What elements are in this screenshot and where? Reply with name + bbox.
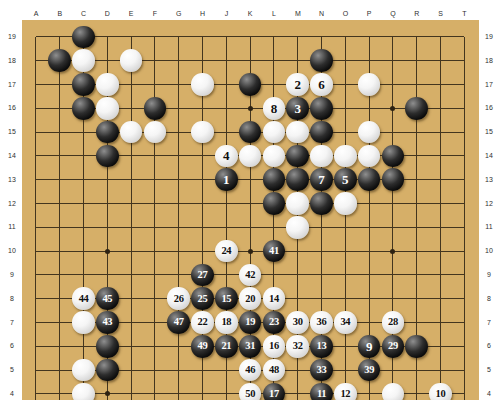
intersection-J8[interactable]: 15 — [214, 287, 238, 311]
intersection-K11[interactable] — [238, 215, 262, 239]
intersection-G13[interactable] — [167, 168, 191, 192]
intersection-T12[interactable] — [452, 192, 476, 216]
intersection-E17[interactable] — [119, 73, 143, 97]
intersection-C6[interactable] — [72, 334, 96, 358]
intersection-N6[interactable]: 13 — [310, 334, 334, 358]
intersection-L18[interactable] — [262, 49, 286, 73]
intersection-C14[interactable] — [72, 144, 96, 168]
intersection-Q17[interactable] — [381, 73, 405, 97]
intersection-K5[interactable]: 46 — [238, 358, 262, 382]
intersection-L4[interactable]: 17 — [262, 382, 286, 400]
intersection-T15[interactable] — [452, 120, 476, 144]
intersection-T17[interactable] — [452, 73, 476, 97]
intersection-B10[interactable] — [48, 239, 72, 263]
intersection-F15[interactable] — [143, 120, 167, 144]
intersection-Q18[interactable] — [381, 49, 405, 73]
intersection-Q15[interactable] — [381, 120, 405, 144]
intersection-D12[interactable] — [95, 192, 119, 216]
intersection-T6[interactable] — [452, 334, 476, 358]
intersection-O16[interactable] — [333, 96, 357, 120]
intersection-N7[interactable]: 36 — [310, 311, 334, 335]
intersection-F16[interactable] — [143, 96, 167, 120]
intersection-N4[interactable]: 11 — [310, 382, 334, 400]
intersection-L9[interactable] — [262, 263, 286, 287]
intersection-K17[interactable] — [238, 73, 262, 97]
intersection-K15[interactable] — [238, 120, 262, 144]
intersection-O18[interactable] — [333, 49, 357, 73]
intersection-S12[interactable] — [429, 192, 453, 216]
intersection-B8[interactable] — [48, 287, 72, 311]
intersection-F18[interactable] — [143, 49, 167, 73]
intersection-H10[interactable] — [191, 239, 215, 263]
intersection-O15[interactable] — [333, 120, 357, 144]
intersection-E8[interactable] — [119, 287, 143, 311]
intersection-K7[interactable]: 19 — [238, 311, 262, 335]
intersection-G8[interactable]: 26 — [167, 287, 191, 311]
intersection-H8[interactable]: 25 — [191, 287, 215, 311]
intersection-M4[interactable] — [286, 382, 310, 400]
intersection-M8[interactable] — [286, 287, 310, 311]
intersection-B14[interactable] — [48, 144, 72, 168]
intersection-G9[interactable] — [167, 263, 191, 287]
intersection-T16[interactable] — [452, 96, 476, 120]
intersection-C4[interactable] — [72, 382, 96, 400]
intersection-O11[interactable] — [333, 215, 357, 239]
intersection-D9[interactable] — [95, 263, 119, 287]
intersection-G17[interactable] — [167, 73, 191, 97]
intersection-O6[interactable] — [333, 334, 357, 358]
intersection-R18[interactable] — [405, 49, 429, 73]
intersection-K16[interactable] — [238, 96, 262, 120]
intersection-O7[interactable]: 34 — [333, 311, 357, 335]
intersection-C16[interactable] — [72, 96, 96, 120]
intersection-J4[interactable] — [214, 382, 238, 400]
intersection-G12[interactable] — [167, 192, 191, 216]
intersection-F19[interactable] — [143, 25, 167, 49]
intersection-G7[interactable]: 47 — [167, 311, 191, 335]
intersection-S19[interactable] — [429, 25, 453, 49]
intersection-G4[interactable] — [167, 382, 191, 400]
intersection-P17[interactable] — [357, 73, 381, 97]
intersection-N8[interactable] — [310, 287, 334, 311]
intersection-J6[interactable]: 21 — [214, 334, 238, 358]
intersection-R8[interactable] — [405, 287, 429, 311]
intersection-S18[interactable] — [429, 49, 453, 73]
intersection-S15[interactable] — [429, 120, 453, 144]
intersection-B15[interactable] — [48, 120, 72, 144]
intersection-D8[interactable]: 45 — [95, 287, 119, 311]
intersection-Q10[interactable] — [381, 239, 405, 263]
intersection-C19[interactable] — [72, 25, 96, 49]
intersection-L6[interactable]: 16 — [262, 334, 286, 358]
intersection-Q4[interactable] — [381, 382, 405, 400]
intersection-S5[interactable] — [429, 358, 453, 382]
intersection-J7[interactable]: 18 — [214, 311, 238, 335]
intersection-M19[interactable] — [286, 25, 310, 49]
intersection-E5[interactable] — [119, 358, 143, 382]
intersection-P19[interactable] — [357, 25, 381, 49]
intersection-F12[interactable] — [143, 192, 167, 216]
intersection-G18[interactable] — [167, 49, 191, 73]
intersection-R11[interactable] — [405, 215, 429, 239]
intersection-Q6[interactable]: 29 — [381, 334, 405, 358]
intersection-M6[interactable]: 32 — [286, 334, 310, 358]
intersection-Q5[interactable] — [381, 358, 405, 382]
intersection-A10[interactable] — [24, 239, 48, 263]
intersection-K13[interactable] — [238, 168, 262, 192]
intersection-Q12[interactable] — [381, 192, 405, 216]
intersection-B5[interactable] — [48, 358, 72, 382]
intersection-N19[interactable] — [310, 25, 334, 49]
intersection-M17[interactable]: 2 — [286, 73, 310, 97]
intersection-M16[interactable]: 3 — [286, 96, 310, 120]
intersection-O4[interactable]: 12 — [333, 382, 357, 400]
intersection-T8[interactable] — [452, 287, 476, 311]
intersection-K6[interactable]: 31 — [238, 334, 262, 358]
intersection-A12[interactable] — [24, 192, 48, 216]
intersection-J12[interactable] — [214, 192, 238, 216]
intersection-B17[interactable] — [48, 73, 72, 97]
intersection-P8[interactable] — [357, 287, 381, 311]
intersection-H15[interactable] — [191, 120, 215, 144]
intersection-E7[interactable] — [119, 311, 143, 335]
intersection-N17[interactable]: 6 — [310, 73, 334, 97]
intersection-R7[interactable] — [405, 311, 429, 335]
intersection-Q14[interactable] — [381, 144, 405, 168]
intersection-R15[interactable] — [405, 120, 429, 144]
intersection-O5[interactable] — [333, 358, 357, 382]
intersection-S8[interactable] — [429, 287, 453, 311]
intersection-N9[interactable] — [310, 263, 334, 287]
intersection-A8[interactable] — [24, 287, 48, 311]
intersection-J13[interactable]: 1 — [214, 168, 238, 192]
intersection-B12[interactable] — [48, 192, 72, 216]
intersection-H14[interactable] — [191, 144, 215, 168]
intersection-T10[interactable] — [452, 239, 476, 263]
intersection-T19[interactable] — [452, 25, 476, 49]
intersection-R5[interactable] — [405, 358, 429, 382]
intersection-G15[interactable] — [167, 120, 191, 144]
intersection-P10[interactable] — [357, 239, 381, 263]
intersection-K19[interactable] — [238, 25, 262, 49]
intersection-F5[interactable] — [143, 358, 167, 382]
intersection-Q8[interactable] — [381, 287, 405, 311]
intersection-A7[interactable] — [24, 311, 48, 335]
intersection-R9[interactable] — [405, 263, 429, 287]
intersection-A17[interactable] — [24, 73, 48, 97]
intersection-Q13[interactable] — [381, 168, 405, 192]
intersection-K12[interactable] — [238, 192, 262, 216]
intersection-L5[interactable]: 48 — [262, 358, 286, 382]
intersection-P6[interactable]: 9 — [357, 334, 381, 358]
intersection-A6[interactable] — [24, 334, 48, 358]
intersection-A13[interactable] — [24, 168, 48, 192]
intersection-D16[interactable] — [95, 96, 119, 120]
intersection-L11[interactable] — [262, 215, 286, 239]
intersection-P4[interactable] — [357, 382, 381, 400]
intersection-J16[interactable] — [214, 96, 238, 120]
intersection-C12[interactable] — [72, 192, 96, 216]
intersection-E18[interactable] — [119, 49, 143, 73]
intersection-O14[interactable] — [333, 144, 357, 168]
intersection-D5[interactable] — [95, 358, 119, 382]
intersection-G5[interactable] — [167, 358, 191, 382]
intersection-K8[interactable]: 20 — [238, 287, 262, 311]
intersection-E14[interactable] — [119, 144, 143, 168]
intersection-L7[interactable]: 23 — [262, 311, 286, 335]
intersection-T4[interactable] — [452, 382, 476, 400]
intersection-T11[interactable] — [452, 215, 476, 239]
intersection-M15[interactable] — [286, 120, 310, 144]
intersection-O19[interactable] — [333, 25, 357, 49]
intersection-L19[interactable] — [262, 25, 286, 49]
intersection-N5[interactable]: 33 — [310, 358, 334, 382]
intersection-R19[interactable] — [405, 25, 429, 49]
intersection-R4[interactable] — [405, 382, 429, 400]
intersection-L14[interactable] — [262, 144, 286, 168]
intersection-E6[interactable] — [119, 334, 143, 358]
intersection-D18[interactable] — [95, 49, 119, 73]
intersection-O17[interactable] — [333, 73, 357, 97]
intersection-J10[interactable]: 24 — [214, 239, 238, 263]
intersection-M14[interactable] — [286, 144, 310, 168]
intersection-N15[interactable] — [310, 120, 334, 144]
intersection-F9[interactable] — [143, 263, 167, 287]
intersection-J15[interactable] — [214, 120, 238, 144]
intersection-D7[interactable]: 43 — [95, 311, 119, 335]
intersection-J19[interactable] — [214, 25, 238, 49]
intersection-E10[interactable] — [119, 239, 143, 263]
intersection-G14[interactable] — [167, 144, 191, 168]
intersection-S14[interactable] — [429, 144, 453, 168]
intersection-H13[interactable] — [191, 168, 215, 192]
intersection-E19[interactable] — [119, 25, 143, 49]
intersection-C9[interactable] — [72, 263, 96, 287]
intersection-P18[interactable] — [357, 49, 381, 73]
intersection-H4[interactable] — [191, 382, 215, 400]
intersection-L17[interactable] — [262, 73, 286, 97]
intersection-J17[interactable] — [214, 73, 238, 97]
intersection-F11[interactable] — [143, 215, 167, 239]
intersection-E13[interactable] — [119, 168, 143, 192]
intersection-Q7[interactable]: 28 — [381, 311, 405, 335]
intersection-B19[interactable] — [48, 25, 72, 49]
intersection-S16[interactable] — [429, 96, 453, 120]
intersection-O10[interactable] — [333, 239, 357, 263]
intersection-F13[interactable] — [143, 168, 167, 192]
intersection-N16[interactable] — [310, 96, 334, 120]
intersection-T5[interactable] — [452, 358, 476, 382]
intersection-A9[interactable] — [24, 263, 48, 287]
intersection-T7[interactable] — [452, 311, 476, 335]
intersection-H5[interactable] — [191, 358, 215, 382]
intersection-T18[interactable] — [452, 49, 476, 73]
intersection-J11[interactable] — [214, 215, 238, 239]
intersection-P16[interactable] — [357, 96, 381, 120]
intersection-R16[interactable] — [405, 96, 429, 120]
intersection-M9[interactable] — [286, 263, 310, 287]
intersection-Q11[interactable] — [381, 215, 405, 239]
intersection-A19[interactable] — [24, 25, 48, 49]
intersection-O9[interactable] — [333, 263, 357, 287]
intersection-S10[interactable] — [429, 239, 453, 263]
intersection-S7[interactable] — [429, 311, 453, 335]
intersection-A4[interactable] — [24, 382, 48, 400]
intersection-G16[interactable] — [167, 96, 191, 120]
intersection-R10[interactable] — [405, 239, 429, 263]
intersection-L13[interactable] — [262, 168, 286, 192]
intersection-T13[interactable] — [452, 168, 476, 192]
intersection-B4[interactable] — [48, 382, 72, 400]
intersection-D19[interactable] — [95, 25, 119, 49]
intersection-H7[interactable]: 22 — [191, 311, 215, 335]
intersection-D15[interactable] — [95, 120, 119, 144]
intersection-N11[interactable] — [310, 215, 334, 239]
intersection-E16[interactable] — [119, 96, 143, 120]
intersection-A5[interactable] — [24, 358, 48, 382]
intersection-F14[interactable] — [143, 144, 167, 168]
intersection-P7[interactable] — [357, 311, 381, 335]
intersection-S9[interactable] — [429, 263, 453, 287]
intersection-Q19[interactable] — [381, 25, 405, 49]
intersection-S4[interactable]: 10 — [429, 382, 453, 400]
intersection-O8[interactable] — [333, 287, 357, 311]
intersection-L10[interactable]: 41 — [262, 239, 286, 263]
intersection-J9[interactable] — [214, 263, 238, 287]
intersection-P9[interactable] — [357, 263, 381, 287]
intersection-J5[interactable] — [214, 358, 238, 382]
intersection-E15[interactable] — [119, 120, 143, 144]
intersection-M11[interactable] — [286, 215, 310, 239]
intersection-A14[interactable] — [24, 144, 48, 168]
intersection-C17[interactable] — [72, 73, 96, 97]
intersection-K4[interactable]: 50 — [238, 382, 262, 400]
intersection-B16[interactable] — [48, 96, 72, 120]
intersection-G6[interactable] — [167, 334, 191, 358]
intersection-D17[interactable] — [95, 73, 119, 97]
intersection-F8[interactable] — [143, 287, 167, 311]
intersection-L8[interactable]: 14 — [262, 287, 286, 311]
goban-grid[interactable]: 2683417524412742444526251520144347221819… — [24, 25, 476, 400]
intersection-H6[interactable]: 49 — [191, 334, 215, 358]
intersection-G19[interactable] — [167, 25, 191, 49]
intersection-F4[interactable] — [143, 382, 167, 400]
intersection-D13[interactable] — [95, 168, 119, 192]
intersection-T9[interactable] — [452, 263, 476, 287]
intersection-D6[interactable] — [95, 334, 119, 358]
intersection-P15[interactable] — [357, 120, 381, 144]
intersection-N14[interactable] — [310, 144, 334, 168]
intersection-C10[interactable] — [72, 239, 96, 263]
intersection-C7[interactable] — [72, 311, 96, 335]
intersection-S11[interactable] — [429, 215, 453, 239]
intersection-B9[interactable] — [48, 263, 72, 287]
intersection-P5[interactable]: 39 — [357, 358, 381, 382]
intersection-R12[interactable] — [405, 192, 429, 216]
intersection-K9[interactable]: 42 — [238, 263, 262, 287]
intersection-F7[interactable] — [143, 311, 167, 335]
intersection-N10[interactable] — [310, 239, 334, 263]
intersection-O12[interactable] — [333, 192, 357, 216]
intersection-N18[interactable] — [310, 49, 334, 73]
intersection-K14[interactable] — [238, 144, 262, 168]
intersection-S17[interactable] — [429, 73, 453, 97]
intersection-M18[interactable] — [286, 49, 310, 73]
intersection-C15[interactable] — [72, 120, 96, 144]
intersection-S13[interactable] — [429, 168, 453, 192]
intersection-F6[interactable] — [143, 334, 167, 358]
intersection-C5[interactable] — [72, 358, 96, 382]
intersection-P14[interactable] — [357, 144, 381, 168]
intersection-H17[interactable] — [191, 73, 215, 97]
intersection-D10[interactable] — [95, 239, 119, 263]
intersection-L12[interactable] — [262, 192, 286, 216]
intersection-P12[interactable] — [357, 192, 381, 216]
intersection-G11[interactable] — [167, 215, 191, 239]
intersection-M13[interactable] — [286, 168, 310, 192]
intersection-B18[interactable] — [48, 49, 72, 73]
intersection-M7[interactable]: 30 — [286, 311, 310, 335]
intersection-C13[interactable] — [72, 168, 96, 192]
intersection-H9[interactable]: 27 — [191, 263, 215, 287]
intersection-D11[interactable] — [95, 215, 119, 239]
intersection-E4[interactable] — [119, 382, 143, 400]
intersection-A15[interactable] — [24, 120, 48, 144]
intersection-E12[interactable] — [119, 192, 143, 216]
intersection-A11[interactable] — [24, 215, 48, 239]
intersection-A16[interactable] — [24, 96, 48, 120]
intersection-J18[interactable] — [214, 49, 238, 73]
intersection-K10[interactable] — [238, 239, 262, 263]
intersection-H16[interactable] — [191, 96, 215, 120]
intersection-A18[interactable] — [24, 49, 48, 73]
intersection-B6[interactable] — [48, 334, 72, 358]
intersection-K18[interactable] — [238, 49, 262, 73]
intersection-Q9[interactable] — [381, 263, 405, 287]
intersection-L15[interactable] — [262, 120, 286, 144]
intersection-R14[interactable] — [405, 144, 429, 168]
intersection-H19[interactable] — [191, 25, 215, 49]
intersection-D14[interactable] — [95, 144, 119, 168]
intersection-R13[interactable] — [405, 168, 429, 192]
intersection-C11[interactable] — [72, 215, 96, 239]
intersection-P13[interactable] — [357, 168, 381, 192]
intersection-D4[interactable] — [95, 382, 119, 400]
intersection-F17[interactable] — [143, 73, 167, 97]
intersection-L16[interactable]: 8 — [262, 96, 286, 120]
intersection-P11[interactable] — [357, 215, 381, 239]
intersection-R6[interactable] — [405, 334, 429, 358]
intersection-H18[interactable] — [191, 49, 215, 73]
intersection-B7[interactable] — [48, 311, 72, 335]
intersection-R17[interactable] — [405, 73, 429, 97]
intersection-H12[interactable] — [191, 192, 215, 216]
intersection-B13[interactable] — [48, 168, 72, 192]
intersection-S6[interactable] — [429, 334, 453, 358]
intersection-E9[interactable] — [119, 263, 143, 287]
intersection-H11[interactable] — [191, 215, 215, 239]
intersection-F10[interactable] — [143, 239, 167, 263]
intersection-M5[interactable] — [286, 358, 310, 382]
intersection-B11[interactable] — [48, 215, 72, 239]
intersection-Q16[interactable] — [381, 96, 405, 120]
intersection-G10[interactable] — [167, 239, 191, 263]
intersection-M12[interactable] — [286, 192, 310, 216]
intersection-C8[interactable]: 44 — [72, 287, 96, 311]
intersection-C18[interactable] — [72, 49, 96, 73]
intersection-M10[interactable] — [286, 239, 310, 263]
intersection-N13[interactable]: 7 — [310, 168, 334, 192]
